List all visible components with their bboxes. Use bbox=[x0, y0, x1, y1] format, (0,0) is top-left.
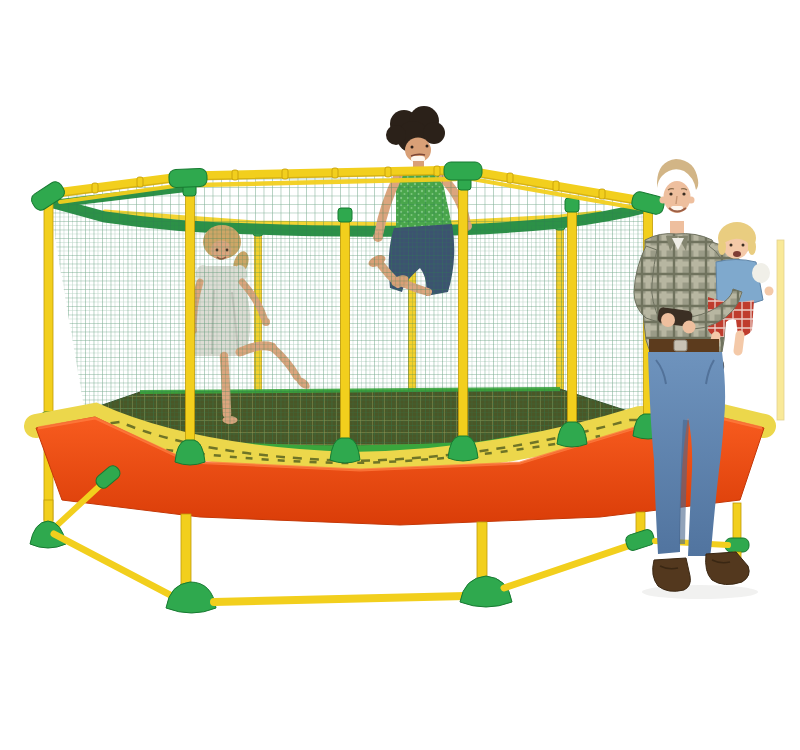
trampoline-scene bbox=[0, 0, 800, 750]
product-photo bbox=[0, 0, 800, 750]
man-left-shoe bbox=[653, 558, 691, 591]
far-right-pole bbox=[777, 240, 784, 420]
